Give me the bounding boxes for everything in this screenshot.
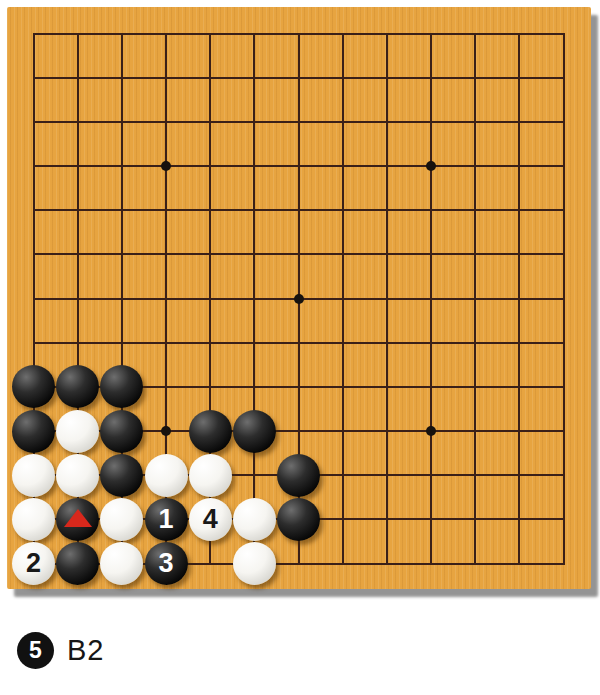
- stone-black: [56, 498, 99, 541]
- stone-white: [233, 498, 276, 541]
- stone-black: [189, 410, 232, 453]
- grid-line-vertical: [430, 33, 432, 565]
- stone-white: [12, 498, 55, 541]
- grid-line-vertical: [518, 33, 520, 565]
- move-number-badge: 5: [17, 632, 54, 669]
- stone-white: [189, 454, 232, 497]
- stone-black: [100, 454, 143, 497]
- stone-black: [12, 365, 55, 408]
- grid-line-horizontal: [33, 342, 565, 344]
- stone-black: [145, 542, 188, 585]
- stone-black: [56, 542, 99, 585]
- stone-black: [100, 410, 143, 453]
- star-point: [426, 426, 436, 436]
- stone-black: [277, 498, 320, 541]
- star-point: [294, 294, 304, 304]
- star-point: [161, 426, 171, 436]
- stone-white: [145, 454, 188, 497]
- move-coordinate-label: B2: [67, 634, 104, 667]
- stone-white: [56, 410, 99, 453]
- stone-white: [189, 498, 232, 541]
- grid-line-vertical: [563, 33, 565, 565]
- stone-black: [277, 454, 320, 497]
- grid-line-vertical: [342, 33, 344, 565]
- caption: 5 B2: [17, 631, 104, 669]
- stone-white: [12, 454, 55, 497]
- go-board[interactable]: 1234: [7, 7, 591, 589]
- stone-white: [233, 542, 276, 585]
- star-point: [161, 161, 171, 171]
- stone-black: [233, 410, 276, 453]
- stone-black: [56, 365, 99, 408]
- stone-black: [145, 498, 188, 541]
- stone-white: [12, 542, 55, 585]
- grid-line-vertical: [474, 33, 476, 565]
- stone-white: [100, 498, 143, 541]
- stone-white: [100, 542, 143, 585]
- stone-white: [56, 454, 99, 497]
- stone-black: [100, 365, 143, 408]
- stone-black: [12, 410, 55, 453]
- star-point: [426, 161, 436, 171]
- grid-line-vertical: [386, 33, 388, 565]
